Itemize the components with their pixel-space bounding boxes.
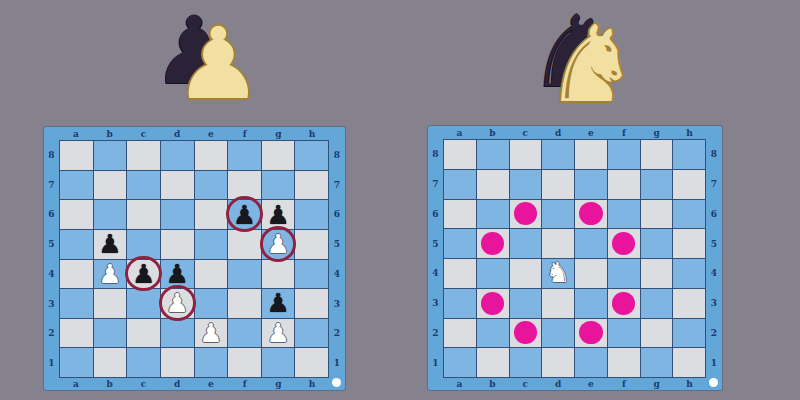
rank-labels-right: 87654321 xyxy=(329,140,345,378)
rank-label-6: 6 xyxy=(428,199,443,229)
rank-label-8: 8 xyxy=(706,139,722,169)
corner-dot xyxy=(709,378,718,387)
square-d3: ♟ xyxy=(161,289,194,318)
rank-labels-left: 87654321 xyxy=(428,139,443,378)
square-a5 xyxy=(444,229,476,258)
highlight-circle-f6 xyxy=(226,196,263,232)
square-h5 xyxy=(295,230,328,259)
square-d8 xyxy=(542,140,574,169)
white-pawn-b4: ♟ xyxy=(98,261,121,287)
square-c6 xyxy=(510,200,542,229)
knight-move-dot-c6 xyxy=(514,202,537,225)
file-label-d: d xyxy=(542,378,575,390)
square-d5 xyxy=(542,229,574,258)
highlight-circle-g5 xyxy=(260,226,297,262)
square-b1 xyxy=(94,348,127,377)
square-f5 xyxy=(608,229,640,258)
square-f1 xyxy=(608,348,640,377)
square-f8 xyxy=(608,140,640,169)
square-f3 xyxy=(228,289,261,318)
rank-label-7: 7 xyxy=(44,170,59,200)
square-a7 xyxy=(444,170,476,199)
square-f1 xyxy=(228,348,261,377)
rank-label-5: 5 xyxy=(706,229,722,259)
square-c7 xyxy=(127,171,160,200)
rank-label-1: 1 xyxy=(428,348,443,378)
square-c2 xyxy=(510,319,542,348)
square-d7 xyxy=(161,171,194,200)
knight-move-dot-b5 xyxy=(481,232,504,255)
square-h2 xyxy=(295,319,328,348)
square-d6 xyxy=(161,200,194,229)
square-c5 xyxy=(510,229,542,258)
square-a7 xyxy=(60,171,93,200)
square-d8 xyxy=(161,141,194,170)
board-grid: ♞ xyxy=(443,139,706,378)
square-d6 xyxy=(542,200,574,229)
file-label-c: c xyxy=(127,378,161,390)
knight-move-dot-e6 xyxy=(579,202,602,225)
file-label-e: e xyxy=(194,378,228,390)
file-label-f: f xyxy=(607,378,640,390)
square-h2 xyxy=(673,319,705,348)
file-label-h: h xyxy=(673,378,706,390)
square-c5 xyxy=(127,230,160,259)
square-b2 xyxy=(477,319,509,348)
rank-label-1: 1 xyxy=(44,348,59,378)
square-c2 xyxy=(127,319,160,348)
square-g8 xyxy=(262,141,295,170)
rank-label-2: 2 xyxy=(44,319,59,349)
square-h1 xyxy=(673,348,705,377)
square-a8 xyxy=(444,140,476,169)
rank-label-2: 2 xyxy=(329,319,345,349)
rank-label-5: 5 xyxy=(329,229,345,259)
file-label-e: e xyxy=(575,126,608,139)
square-f5 xyxy=(228,230,261,259)
square-f2 xyxy=(228,319,261,348)
file-label-a: a xyxy=(443,378,476,390)
corner-dot xyxy=(332,378,341,387)
square-g2 xyxy=(641,319,673,348)
square-b3 xyxy=(94,289,127,318)
square-b4: ♟ xyxy=(94,260,127,289)
square-a2 xyxy=(444,319,476,348)
rank-label-5: 5 xyxy=(44,229,59,259)
square-f8 xyxy=(228,141,261,170)
square-f2 xyxy=(608,319,640,348)
square-h8 xyxy=(673,140,705,169)
file-label-b: b xyxy=(93,378,127,390)
file-label-h: h xyxy=(295,378,329,390)
white-knight-clipart-icon: ♞ xyxy=(544,12,639,118)
rank-label-3: 3 xyxy=(428,288,443,318)
file-label-h: h xyxy=(295,127,329,140)
rank-label-8: 8 xyxy=(428,139,443,169)
square-g3: ♟ xyxy=(262,289,295,318)
square-e8 xyxy=(575,140,607,169)
rank-label-8: 8 xyxy=(44,140,59,170)
square-c8 xyxy=(127,141,160,170)
knight-pair-clipart: ♞ ♞ xyxy=(526,0,638,124)
file-label-d: d xyxy=(160,127,194,140)
file-label-b: b xyxy=(476,126,509,139)
square-h3 xyxy=(295,289,328,318)
file-label-g: g xyxy=(262,127,296,140)
square-g8 xyxy=(641,140,673,169)
square-b6 xyxy=(477,200,509,229)
square-a4 xyxy=(444,259,476,288)
pawn-capture-board: abcdefgh 87654321 ♟♟♟♟♟♟♟♟♟♟♟ 87654321 a… xyxy=(44,127,345,390)
square-e2: ♟ xyxy=(195,319,228,348)
square-c3 xyxy=(510,289,542,318)
square-h4 xyxy=(673,259,705,288)
file-label-b: b xyxy=(93,127,127,140)
square-f7 xyxy=(228,171,261,200)
square-f4 xyxy=(228,260,261,289)
rank-label-1: 1 xyxy=(329,348,345,378)
file-label-d: d xyxy=(160,378,194,390)
pawn-pair-clipart: ♟ ♟ xyxy=(152,4,252,118)
square-e6 xyxy=(575,200,607,229)
square-b1 xyxy=(477,348,509,377)
file-label-f: f xyxy=(228,378,262,390)
square-e3 xyxy=(575,289,607,318)
square-a1 xyxy=(60,348,93,377)
file-labels-top: abcdefgh xyxy=(59,127,329,140)
white-pawn-clipart-icon: ♟ xyxy=(174,14,263,113)
square-b3 xyxy=(477,289,509,318)
file-label-g: g xyxy=(262,378,296,390)
rank-label-7: 7 xyxy=(428,169,443,199)
file-label-e: e xyxy=(194,127,228,140)
file-labels-bottom: abcdefgh xyxy=(443,378,706,390)
square-b7 xyxy=(477,170,509,199)
square-d1 xyxy=(161,348,194,377)
square-h8 xyxy=(295,141,328,170)
square-h6 xyxy=(673,200,705,229)
square-b6 xyxy=(94,200,127,229)
rank-label-6: 6 xyxy=(329,200,345,230)
square-e8 xyxy=(195,141,228,170)
board-grid: ♟♟♟♟♟♟♟♟♟♟♟ xyxy=(59,140,329,378)
square-c6 xyxy=(127,200,160,229)
square-h5 xyxy=(673,229,705,258)
highlight-circle-d3 xyxy=(159,285,196,321)
file-label-h: h xyxy=(673,126,706,139)
square-c1 xyxy=(510,348,542,377)
rank-label-4: 4 xyxy=(44,259,59,289)
square-g1 xyxy=(262,348,295,377)
square-c3 xyxy=(127,289,160,318)
square-g7 xyxy=(262,171,295,200)
square-f3 xyxy=(608,289,640,318)
square-c8 xyxy=(510,140,542,169)
square-a3 xyxy=(60,289,93,318)
highlight-circle-c4 xyxy=(125,256,162,292)
knight-move-dot-c2 xyxy=(514,321,537,344)
square-h6 xyxy=(295,200,328,229)
square-e4 xyxy=(195,260,228,289)
square-g6: ♟ xyxy=(262,200,295,229)
file-label-c: c xyxy=(509,126,542,139)
square-a4 xyxy=(60,260,93,289)
square-g5: ♟ xyxy=(262,230,295,259)
rank-label-7: 7 xyxy=(706,169,722,199)
square-g6 xyxy=(641,200,673,229)
square-c4 xyxy=(510,259,542,288)
square-h7 xyxy=(673,170,705,199)
square-h1 xyxy=(295,348,328,377)
black-pawn-g6: ♟ xyxy=(266,202,289,228)
file-label-a: a xyxy=(59,378,93,390)
square-c4: ♟ xyxy=(127,260,160,289)
file-label-a: a xyxy=(59,127,93,140)
knight-move-dot-f5 xyxy=(612,232,635,255)
rank-label-2: 2 xyxy=(706,318,722,348)
white-pawn-e2: ♟ xyxy=(199,320,222,346)
white-pawn-g2: ♟ xyxy=(266,320,289,346)
file-label-a: a xyxy=(443,126,476,139)
rank-label-3: 3 xyxy=(329,289,345,319)
square-a5 xyxy=(60,230,93,259)
square-e2 xyxy=(575,319,607,348)
square-d3 xyxy=(542,289,574,318)
square-e1 xyxy=(195,348,228,377)
square-f6: ♟ xyxy=(228,200,261,229)
file-label-c: c xyxy=(509,378,542,390)
rank-label-4: 4 xyxy=(706,259,722,289)
rank-label-8: 8 xyxy=(329,140,345,170)
square-d2 xyxy=(161,319,194,348)
square-e3 xyxy=(195,289,228,318)
square-d1 xyxy=(542,348,574,377)
rank-label-3: 3 xyxy=(706,288,722,318)
square-b2 xyxy=(94,319,127,348)
square-d5 xyxy=(161,230,194,259)
rank-labels-right: 87654321 xyxy=(706,139,722,378)
square-e7 xyxy=(575,170,607,199)
square-d7 xyxy=(542,170,574,199)
knight-move-dot-b3 xyxy=(481,292,504,315)
square-g1 xyxy=(641,348,673,377)
rank-label-6: 6 xyxy=(44,200,59,230)
knight-move-dot-f3 xyxy=(612,292,635,315)
square-e1 xyxy=(575,348,607,377)
square-b7 xyxy=(94,171,127,200)
file-label-g: g xyxy=(640,378,673,390)
knight-moves-board: abcdefgh 87654321 ♞ 87654321 abcdefgh xyxy=(428,126,722,390)
rank-label-2: 2 xyxy=(428,318,443,348)
square-h7 xyxy=(295,171,328,200)
square-e6 xyxy=(195,200,228,229)
knight-move-dot-e2 xyxy=(579,321,602,344)
square-a1 xyxy=(444,348,476,377)
square-g4 xyxy=(262,260,295,289)
square-g7 xyxy=(641,170,673,199)
square-d4: ♞ xyxy=(542,259,574,288)
file-label-e: e xyxy=(575,378,608,390)
square-f6 xyxy=(608,200,640,229)
black-pawn-b5: ♟ xyxy=(98,231,121,257)
rank-label-7: 7 xyxy=(329,170,345,200)
rank-label-3: 3 xyxy=(44,289,59,319)
square-a3 xyxy=(444,289,476,318)
square-h4 xyxy=(295,260,328,289)
square-b5: ♟ xyxy=(94,230,127,259)
file-label-c: c xyxy=(127,127,161,140)
square-a2 xyxy=(60,319,93,348)
square-a8 xyxy=(60,141,93,170)
file-labels-top: abcdefgh xyxy=(443,126,706,139)
square-h3 xyxy=(673,289,705,318)
file-label-d: d xyxy=(542,126,575,139)
file-label-f: f xyxy=(228,127,262,140)
file-label-b: b xyxy=(476,378,509,390)
rank-label-4: 4 xyxy=(329,259,345,289)
black-pawn-d4: ♟ xyxy=(166,261,189,287)
square-g3 xyxy=(641,289,673,318)
file-labels-bottom: abcdefgh xyxy=(59,378,329,390)
file-label-f: f xyxy=(607,126,640,139)
square-d2 xyxy=(542,319,574,348)
black-pawn-g3: ♟ xyxy=(266,290,289,316)
square-g4 xyxy=(641,259,673,288)
square-e5 xyxy=(575,229,607,258)
square-d4: ♟ xyxy=(161,260,194,289)
rank-label-6: 6 xyxy=(706,199,722,229)
square-a6 xyxy=(444,200,476,229)
square-f4 xyxy=(608,259,640,288)
square-b5 xyxy=(477,229,509,258)
square-a6 xyxy=(60,200,93,229)
square-b8 xyxy=(94,141,127,170)
square-f7 xyxy=(608,170,640,199)
square-c1 xyxy=(127,348,160,377)
square-b8 xyxy=(477,140,509,169)
file-label-g: g xyxy=(640,126,673,139)
square-e5 xyxy=(195,230,228,259)
square-e4 xyxy=(575,259,607,288)
square-e7 xyxy=(195,171,228,200)
white-knight-d4: ♞ xyxy=(546,259,571,287)
square-g5 xyxy=(641,229,673,258)
rank-label-1: 1 xyxy=(706,348,722,378)
square-c7 xyxy=(510,170,542,199)
square-g2: ♟ xyxy=(262,319,295,348)
rank-label-5: 5 xyxy=(428,229,443,259)
rank-labels-left: 87654321 xyxy=(44,140,59,378)
rank-label-4: 4 xyxy=(428,259,443,289)
square-b4 xyxy=(477,259,509,288)
